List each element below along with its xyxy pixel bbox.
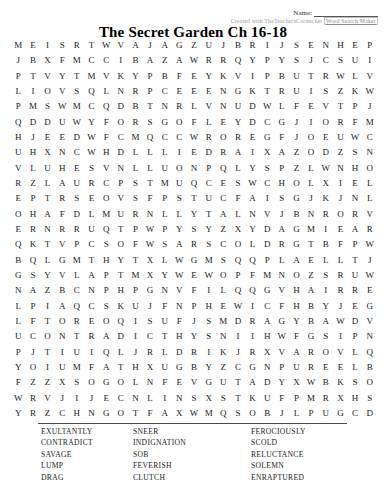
grid-cell[interactable]: I bbox=[304, 84, 319, 99]
grid-cell[interactable]: P bbox=[143, 69, 158, 84]
grid-cell[interactable]: H bbox=[26, 145, 41, 160]
grid-cell[interactable]: W bbox=[362, 237, 377, 252]
grid-cell[interactable]: S bbox=[187, 390, 202, 405]
grid-cell[interactable]: R bbox=[245, 38, 260, 53]
grid-cell[interactable]: G bbox=[201, 375, 216, 390]
grid-cell[interactable]: I bbox=[304, 115, 319, 130]
grid-cell[interactable]: B bbox=[318, 237, 333, 252]
grid-cell[interactable]: T bbox=[84, 252, 99, 267]
grid-cell[interactable]: Z bbox=[40, 283, 55, 298]
grid-cell[interactable]: J bbox=[362, 99, 377, 114]
grid-cell[interactable]: D bbox=[113, 145, 128, 160]
grid-cell[interactable]: L bbox=[128, 161, 143, 176]
grid-cell[interactable]: L bbox=[40, 252, 55, 267]
grid-cell[interactable]: S bbox=[128, 176, 143, 191]
grid-cell[interactable]: L bbox=[157, 145, 172, 160]
grid-cell[interactable]: U bbox=[231, 99, 246, 114]
grid-cell[interactable]: F bbox=[275, 390, 290, 405]
grid-cell[interactable]: K bbox=[216, 69, 231, 84]
grid-cell[interactable]: E bbox=[216, 176, 231, 191]
grid-cell[interactable]: O bbox=[362, 161, 377, 176]
grid-cell[interactable]: I bbox=[245, 145, 260, 160]
grid-cell[interactable]: Y bbox=[40, 268, 55, 283]
grid-cell[interactable]: D bbox=[260, 237, 275, 252]
grid-cell[interactable]: J bbox=[289, 115, 304, 130]
grid-cell[interactable]: P bbox=[348, 237, 363, 252]
grid-cell[interactable]: L bbox=[11, 314, 26, 329]
grid-cell[interactable]: U bbox=[113, 207, 128, 222]
grid-cell[interactable]: M bbox=[304, 390, 319, 405]
grid-cell[interactable]: W bbox=[304, 375, 319, 390]
grid-cell[interactable]: Y bbox=[201, 360, 216, 375]
grid-cell[interactable]: D bbox=[348, 314, 363, 329]
grid-cell[interactable]: L bbox=[84, 207, 99, 222]
grid-cell[interactable]: H bbox=[201, 298, 216, 313]
grid-cell[interactable]: J bbox=[128, 344, 143, 359]
grid-cell[interactable]: U bbox=[70, 344, 85, 359]
grid-cell[interactable]: M bbox=[128, 130, 143, 145]
grid-cell[interactable]: O bbox=[26, 360, 41, 375]
grid-cell[interactable]: Z bbox=[26, 176, 41, 191]
grid-cell[interactable]: L bbox=[143, 145, 158, 160]
grid-cell[interactable]: R bbox=[55, 191, 70, 206]
grid-cell[interactable]: X bbox=[231, 222, 246, 237]
grid-cell[interactable]: P bbox=[26, 191, 41, 206]
grid-cell[interactable]: V bbox=[99, 161, 114, 176]
grid-cell[interactable]: S bbox=[99, 298, 114, 313]
grid-cell[interactable]: B bbox=[362, 360, 377, 375]
grid-cell[interactable]: O bbox=[40, 329, 55, 344]
grid-cell[interactable]: S bbox=[348, 145, 363, 160]
grid-cell[interactable]: S bbox=[275, 191, 290, 206]
grid-cell[interactable]: D bbox=[362, 406, 377, 421]
grid-cell[interactable]: O bbox=[318, 344, 333, 359]
grid-cell[interactable]: X bbox=[201, 390, 216, 405]
grid-cell[interactable]: P bbox=[11, 99, 26, 114]
grid-cell[interactable]: Y bbox=[289, 314, 304, 329]
grid-cell[interactable]: F bbox=[143, 406, 158, 421]
grid-cell[interactable]: B bbox=[157, 69, 172, 84]
grid-cell[interactable]: L bbox=[362, 176, 377, 191]
grid-cell[interactable]: N bbox=[157, 283, 172, 298]
grid-cell[interactable]: Q bbox=[11, 115, 26, 130]
grid-cell[interactable]: R bbox=[318, 69, 333, 84]
grid-cell[interactable]: S bbox=[201, 314, 216, 329]
grid-cell[interactable]: O bbox=[113, 375, 128, 390]
grid-cell[interactable]: F bbox=[55, 207, 70, 222]
grid-cell[interactable]: G bbox=[55, 252, 70, 267]
grid-cell[interactable]: N bbox=[362, 145, 377, 160]
grid-cell[interactable]: U bbox=[11, 329, 26, 344]
grid-cell[interactable]: C bbox=[113, 390, 128, 405]
grid-cell[interactable]: I bbox=[40, 298, 55, 313]
grid-cell[interactable]: H bbox=[333, 38, 348, 53]
grid-cell[interactable]: D bbox=[245, 99, 260, 114]
grid-cell[interactable]: I bbox=[260, 191, 275, 206]
grid-cell[interactable]: E bbox=[84, 191, 99, 206]
grid-cell[interactable]: S bbox=[318, 268, 333, 283]
grid-cell[interactable]: X bbox=[318, 176, 333, 191]
grid-cell[interactable]: D bbox=[40, 115, 55, 130]
grid-cell[interactable]: T bbox=[143, 99, 158, 114]
grid-cell[interactable]: O bbox=[113, 115, 128, 130]
grid-cell[interactable]: A bbox=[216, 207, 231, 222]
grid-cell[interactable]: E bbox=[187, 268, 202, 283]
grid-cell[interactable]: N bbox=[216, 84, 231, 99]
grid-cell[interactable]: P bbox=[289, 390, 304, 405]
grid-cell[interactable]: U bbox=[318, 406, 333, 421]
grid-cell[interactable]: H bbox=[55, 161, 70, 176]
grid-cell[interactable]: N bbox=[216, 99, 231, 114]
grid-cell[interactable]: J bbox=[11, 53, 26, 68]
grid-cell[interactable]: Y bbox=[172, 222, 187, 237]
grid-cell[interactable]: U bbox=[157, 161, 172, 176]
grid-cell[interactable]: A bbox=[40, 207, 55, 222]
grid-cell[interactable]: V bbox=[113, 38, 128, 53]
grid-cell[interactable]: E bbox=[245, 130, 260, 145]
grid-cell[interactable]: M bbox=[362, 115, 377, 130]
grid-cell[interactable]: A bbox=[99, 329, 114, 344]
grid-cell[interactable]: S bbox=[216, 252, 231, 267]
grid-cell[interactable]: I bbox=[231, 329, 246, 344]
grid-cell[interactable]: I bbox=[70, 390, 85, 405]
grid-cell[interactable]: T bbox=[157, 329, 172, 344]
grid-cell[interactable]: U bbox=[172, 176, 187, 191]
grid-cell[interactable]: I bbox=[128, 329, 143, 344]
grid-cell[interactable]: W bbox=[333, 314, 348, 329]
grid-cell[interactable]: R bbox=[333, 115, 348, 130]
grid-cell[interactable]: F bbox=[333, 237, 348, 252]
grid-cell[interactable]: Q bbox=[26, 252, 41, 267]
grid-cell[interactable]: F bbox=[289, 99, 304, 114]
grid-cell[interactable]: G bbox=[333, 406, 348, 421]
grid-cell[interactable]: S bbox=[260, 161, 275, 176]
grid-cell[interactable]: Y bbox=[187, 329, 202, 344]
grid-cell[interactable]: Q bbox=[216, 161, 231, 176]
grid-cell[interactable]: I bbox=[245, 298, 260, 313]
grid-cell[interactable]: B bbox=[128, 99, 143, 114]
grid-cell[interactable]: Q bbox=[99, 99, 114, 114]
grid-cell[interactable]: P bbox=[260, 53, 275, 68]
grid-cell[interactable]: R bbox=[84, 176, 99, 191]
grid-cell[interactable]: W bbox=[187, 130, 202, 145]
grid-cell[interactable]: Z bbox=[216, 360, 231, 375]
grid-cell[interactable]: Q bbox=[11, 237, 26, 252]
grid-cell[interactable]: E bbox=[40, 130, 55, 145]
grid-cell[interactable]: E bbox=[187, 145, 202, 160]
grid-cell[interactable]: R bbox=[304, 344, 319, 359]
grid-cell[interactable]: L bbox=[157, 344, 172, 359]
grid-cell[interactable]: L bbox=[70, 268, 85, 283]
grid-cell[interactable]: V bbox=[275, 283, 290, 298]
grid-cell[interactable]: C bbox=[318, 53, 333, 68]
grid-cell[interactable]: G bbox=[157, 115, 172, 130]
grid-cell[interactable]: Q bbox=[84, 84, 99, 99]
grid-cell[interactable]: S bbox=[216, 390, 231, 405]
grid-cell[interactable]: C bbox=[362, 130, 377, 145]
grid-cell[interactable]: R bbox=[231, 130, 246, 145]
grid-cell[interactable]: T bbox=[348, 252, 363, 267]
grid-cell[interactable]: A bbox=[157, 406, 172, 421]
grid-cell[interactable]: Q bbox=[187, 176, 202, 191]
grid-cell[interactable]: K bbox=[216, 344, 231, 359]
grid-cell[interactable]: E bbox=[348, 176, 363, 191]
grid-cell[interactable]: P bbox=[157, 191, 172, 206]
grid-cell[interactable]: B bbox=[275, 69, 290, 84]
grid-cell[interactable]: J bbox=[275, 207, 290, 222]
grid-cell[interactable]: Q bbox=[362, 344, 377, 359]
grid-cell[interactable]: H bbox=[260, 329, 275, 344]
grid-cell[interactable]: Q bbox=[113, 314, 128, 329]
grid-cell[interactable]: P bbox=[260, 69, 275, 84]
grid-cell[interactable]: P bbox=[113, 176, 128, 191]
grid-cell[interactable]: L bbox=[157, 252, 172, 267]
grid-cell[interactable]: F bbox=[128, 237, 143, 252]
grid-cell[interactable]: W bbox=[201, 268, 216, 283]
grid-cell[interactable]: S bbox=[128, 191, 143, 206]
grid-cell[interactable]: L bbox=[333, 252, 348, 267]
grid-cell[interactable]: F bbox=[172, 314, 187, 329]
grid-cell[interactable]: V bbox=[362, 207, 377, 222]
grid-cell[interactable]: E bbox=[348, 38, 363, 53]
grid-cell[interactable]: A bbox=[172, 53, 187, 68]
grid-cell[interactable]: N bbox=[348, 191, 363, 206]
grid-cell[interactable]: L bbox=[216, 283, 231, 298]
grid-cell[interactable]: F bbox=[84, 360, 99, 375]
grid-cell[interactable]: V bbox=[201, 99, 216, 114]
grid-cell[interactable]: H bbox=[113, 283, 128, 298]
grid-cell[interactable]: N bbox=[128, 390, 143, 405]
grid-cell[interactable]: A bbox=[55, 298, 70, 313]
grid-cell[interactable]: W bbox=[143, 237, 158, 252]
grid-cell[interactable]: D bbox=[26, 115, 41, 130]
grid-cell[interactable]: X bbox=[40, 53, 55, 68]
grid-cell[interactable]: Y bbox=[318, 298, 333, 313]
grid-cell[interactable]: P bbox=[231, 268, 246, 283]
grid-cell[interactable]: G bbox=[260, 283, 275, 298]
grid-cell[interactable]: B bbox=[304, 314, 319, 329]
grid-cell[interactable]: J bbox=[333, 298, 348, 313]
grid-cell[interactable]: W bbox=[187, 53, 202, 68]
grid-cell[interactable]: A bbox=[289, 252, 304, 267]
grid-cell[interactable]: B bbox=[26, 53, 41, 68]
grid-cell[interactable]: V bbox=[187, 375, 202, 390]
grid-cell[interactable]: W bbox=[231, 298, 246, 313]
grid-cell[interactable]: W bbox=[348, 130, 363, 145]
grid-cell[interactable]: N bbox=[157, 99, 172, 114]
grid-cell[interactable]: T bbox=[128, 406, 143, 421]
grid-cell[interactable]: B bbox=[11, 252, 26, 267]
grid-cell[interactable]: Z bbox=[216, 222, 231, 237]
grid-cell[interactable]: L bbox=[143, 390, 158, 405]
grid-cell[interactable]: L bbox=[172, 207, 187, 222]
grid-cell[interactable]: H bbox=[348, 390, 363, 405]
grid-cell[interactable]: D bbox=[70, 130, 85, 145]
grid-cell[interactable]: A bbox=[128, 38, 143, 53]
grid-cell[interactable]: C bbox=[99, 176, 114, 191]
grid-cell[interactable]: Z bbox=[157, 53, 172, 68]
grid-cell[interactable]: F bbox=[157, 298, 172, 313]
grid-cell[interactable]: R bbox=[245, 314, 260, 329]
grid-cell[interactable]: V bbox=[260, 207, 275, 222]
grid-cell[interactable]: H bbox=[99, 252, 114, 267]
grid-cell[interactable]: O bbox=[113, 237, 128, 252]
grid-cell[interactable]: R bbox=[143, 344, 158, 359]
grid-cell[interactable]: H bbox=[128, 360, 143, 375]
grid-cell[interactable]: C bbox=[84, 99, 99, 114]
grid-cell[interactable]: N bbox=[143, 375, 158, 390]
grid-cell[interactable]: S bbox=[70, 375, 85, 390]
grid-cell[interactable]: E bbox=[304, 38, 319, 53]
grid-cell[interactable]: S bbox=[84, 161, 99, 176]
grid-cell[interactable]: B bbox=[187, 360, 202, 375]
grid-cell[interactable]: U bbox=[70, 176, 85, 191]
grid-cell[interactable]: I bbox=[245, 69, 260, 84]
grid-cell[interactable]: E bbox=[362, 283, 377, 298]
grid-cell[interactable]: L bbox=[99, 84, 114, 99]
grid-cell[interactable]: A bbox=[55, 176, 70, 191]
grid-cell[interactable]: P bbox=[157, 222, 172, 237]
grid-cell[interactable]: N bbox=[55, 329, 70, 344]
grid-cell[interactable]: O bbox=[216, 130, 231, 145]
grid-cell[interactable]: Q bbox=[245, 252, 260, 267]
grid-cell[interactable]: O bbox=[11, 207, 26, 222]
grid-cell[interactable]: N bbox=[304, 207, 319, 222]
grid-cell[interactable]: C bbox=[99, 53, 114, 68]
grid-cell[interactable]: N bbox=[40, 222, 55, 237]
grid-cell[interactable]: L bbox=[187, 99, 202, 114]
grid-cell[interactable]: N bbox=[84, 283, 99, 298]
grid-cell[interactable]: C bbox=[348, 406, 363, 421]
grid-cell[interactable]: S bbox=[157, 237, 172, 252]
grid-cell[interactable]: C bbox=[157, 84, 172, 99]
grid-cell[interactable]: W bbox=[362, 268, 377, 283]
name-input-line[interactable] bbox=[314, 9, 378, 17]
grid-cell[interactable]: K bbox=[245, 84, 260, 99]
grid-cell[interactable]: N bbox=[362, 329, 377, 344]
grid-cell[interactable]: S bbox=[362, 390, 377, 405]
grid-cell[interactable]: C bbox=[55, 406, 70, 421]
grid-cell[interactable]: R bbox=[128, 84, 143, 99]
grid-cell[interactable]: W bbox=[275, 329, 290, 344]
grid-cell[interactable]: W bbox=[362, 84, 377, 99]
grid-cell[interactable]: N bbox=[55, 145, 70, 160]
grid-cell[interactable]: L bbox=[113, 344, 128, 359]
grid-cell[interactable]: A bbox=[26, 283, 41, 298]
grid-cell[interactable]: M bbox=[201, 406, 216, 421]
grid-cell[interactable]: V bbox=[55, 84, 70, 99]
grid-cell[interactable]: U bbox=[348, 53, 363, 68]
grid-cell[interactable]: E bbox=[304, 99, 319, 114]
grid-cell[interactable]: X bbox=[289, 375, 304, 390]
grid-cell[interactable]: A bbox=[260, 314, 275, 329]
grid-cell[interactable]: S bbox=[172, 191, 187, 206]
grid-cell[interactable]: G bbox=[362, 298, 377, 313]
grid-cell[interactable]: T bbox=[113, 222, 128, 237]
grid-cell[interactable]: A bbox=[348, 222, 363, 237]
grid-cell[interactable]: V bbox=[275, 344, 290, 359]
grid-cell[interactable]: I bbox=[318, 283, 333, 298]
grid-cell[interactable]: W bbox=[172, 268, 187, 283]
grid-cell[interactable]: R bbox=[201, 130, 216, 145]
grid-cell[interactable]: N bbox=[143, 207, 158, 222]
grid-cell[interactable]: M bbox=[216, 314, 231, 329]
grid-cell[interactable]: R bbox=[70, 314, 85, 329]
grid-cell[interactable]: X bbox=[333, 390, 348, 405]
grid-cell[interactable]: C bbox=[260, 115, 275, 130]
grid-cell[interactable]: M bbox=[84, 69, 99, 84]
grid-cell[interactable]: U bbox=[128, 298, 143, 313]
grid-cell[interactable]: P bbox=[70, 237, 85, 252]
grid-cell[interactable]: O bbox=[304, 130, 319, 145]
grid-cell[interactable]: S bbox=[289, 38, 304, 53]
grid-cell[interactable]: F bbox=[157, 375, 172, 390]
grid-cell[interactable]: T bbox=[143, 176, 158, 191]
grid-cell[interactable]: P bbox=[187, 298, 202, 313]
grid-cell[interactable]: T bbox=[70, 329, 85, 344]
grid-cell[interactable]: C bbox=[216, 191, 231, 206]
grid-cell[interactable]: R bbox=[304, 360, 319, 375]
grid-cell[interactable]: A bbox=[304, 283, 319, 298]
grid-cell[interactable]: P bbox=[260, 252, 275, 267]
grid-cell[interactable]: R bbox=[333, 283, 348, 298]
grid-cell[interactable]: C bbox=[84, 298, 99, 313]
grid-cell[interactable]: E bbox=[26, 38, 41, 53]
grid-cell[interactable]: U bbox=[55, 360, 70, 375]
grid-cell[interactable]: Z bbox=[40, 406, 55, 421]
grid-cell[interactable]: L bbox=[275, 99, 290, 114]
grid-cell[interactable]: V bbox=[40, 69, 55, 84]
grid-cell[interactable]: Y bbox=[245, 222, 260, 237]
grid-cell[interactable]: T bbox=[187, 191, 202, 206]
grid-cell[interactable]: W bbox=[245, 176, 260, 191]
grid-cell[interactable]: K bbox=[113, 69, 128, 84]
grid-cell[interactable]: D bbox=[318, 145, 333, 160]
grid-cell[interactable]: R bbox=[70, 38, 85, 53]
grid-cell[interactable]: T bbox=[40, 191, 55, 206]
grid-cell[interactable]: Q bbox=[216, 406, 231, 421]
grid-cell[interactable]: X bbox=[55, 375, 70, 390]
grid-cell[interactable]: V bbox=[40, 390, 55, 405]
grid-cell[interactable]: I bbox=[40, 38, 55, 53]
grid-cell[interactable]: I bbox=[318, 222, 333, 237]
grid-cell[interactable]: W bbox=[187, 406, 202, 421]
grid-cell[interactable]: Q bbox=[143, 130, 158, 145]
grid-cell[interactable]: J bbox=[289, 130, 304, 145]
grid-cell[interactable]: G bbox=[187, 252, 202, 267]
grid-cell[interactable]: P bbox=[128, 283, 143, 298]
grid-cell[interactable]: W bbox=[84, 130, 99, 145]
grid-cell[interactable]: B bbox=[260, 406, 275, 421]
grid-cell[interactable]: P bbox=[275, 360, 290, 375]
grid-cell[interactable]: L bbox=[289, 406, 304, 421]
grid-cell[interactable]: C bbox=[260, 176, 275, 191]
grid-cell[interactable]: O bbox=[289, 176, 304, 191]
grid-cell[interactable]: R bbox=[84, 329, 99, 344]
grid-cell[interactable]: Y bbox=[187, 207, 202, 222]
grid-cell[interactable]: I bbox=[113, 53, 128, 68]
grid-cell[interactable]: N bbox=[113, 161, 128, 176]
grid-cell[interactable]: N bbox=[275, 268, 290, 283]
grid-cell[interactable]: J bbox=[362, 252, 377, 267]
grid-cell[interactable]: V bbox=[362, 69, 377, 84]
grid-cell[interactable]: A bbox=[99, 360, 114, 375]
grid-cell[interactable]: S bbox=[143, 115, 158, 130]
grid-cell[interactable]: C bbox=[216, 237, 231, 252]
grid-cell[interactable]: S bbox=[70, 84, 85, 99]
grid-cell[interactable]: R bbox=[128, 115, 143, 130]
grid-cell[interactable]: I bbox=[26, 84, 41, 99]
